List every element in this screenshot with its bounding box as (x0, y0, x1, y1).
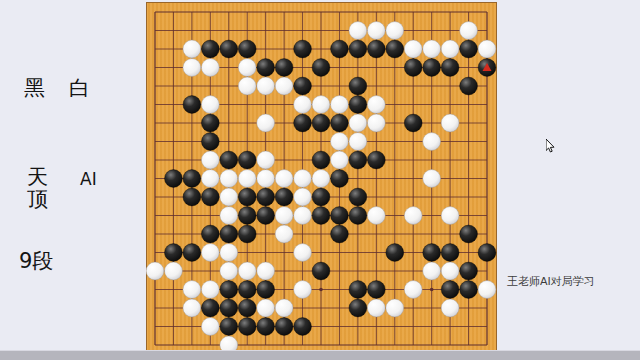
black-stone (257, 207, 275, 225)
white-stone (331, 96, 349, 114)
white-player-name: AI (80, 171, 97, 188)
white-stone (201, 59, 219, 77)
white-stone (349, 22, 367, 40)
mouse-cursor-icon (546, 138, 555, 152)
white-stone (312, 170, 330, 188)
white-stone (201, 96, 219, 114)
black-stone (201, 188, 219, 206)
white-stone (257, 299, 275, 317)
black-stone (165, 170, 183, 188)
black-stone (312, 207, 330, 225)
black-stone (183, 96, 201, 114)
black-label: 黑 (24, 78, 45, 99)
black-stone (349, 281, 367, 299)
black-stone (460, 77, 478, 95)
white-stone (331, 151, 349, 169)
black-stone (404, 114, 422, 132)
white-stone (423, 262, 441, 280)
black-stone (460, 262, 478, 280)
white-stone (441, 262, 459, 280)
white-stone (367, 207, 385, 225)
black-stone (349, 96, 367, 114)
black-stone (404, 59, 422, 77)
black-stone (460, 281, 478, 299)
black-stone (220, 299, 238, 317)
black-stone (312, 59, 330, 77)
white-stone (238, 262, 256, 280)
black-stone (312, 262, 330, 280)
black-stone (349, 188, 367, 206)
black-stone (331, 225, 349, 243)
black-stone (201, 225, 219, 243)
white-stone (441, 40, 459, 58)
black-stone (257, 188, 275, 206)
white-stone (423, 133, 441, 151)
go-board-grid (146, 2, 497, 354)
white-stone (275, 207, 293, 225)
black-stone (331, 170, 349, 188)
white-stone (220, 244, 238, 262)
white-label: 白 (69, 78, 90, 99)
star-point (430, 288, 434, 292)
black-player-name-line1: 天 (27, 167, 48, 188)
white-stone (294, 96, 312, 114)
black-stone (423, 59, 441, 77)
black-stone (220, 40, 238, 58)
black-stone (201, 299, 219, 317)
black-stone (312, 114, 330, 132)
black-stone (220, 281, 238, 299)
black-stone (460, 225, 478, 243)
white-stone (478, 40, 496, 58)
black-stone (331, 114, 349, 132)
black-stone (257, 281, 275, 299)
white-stone (367, 299, 385, 317)
black-stone (441, 281, 459, 299)
white-stone (183, 59, 201, 77)
white-stone (294, 244, 312, 262)
white-stone (349, 114, 367, 132)
white-stone (238, 77, 256, 95)
black-stone (238, 40, 256, 58)
white-stone (294, 207, 312, 225)
white-stone (220, 170, 238, 188)
white-stone (257, 151, 275, 169)
white-stone (441, 114, 459, 132)
white-stone (238, 59, 256, 77)
white-stone (183, 40, 201, 58)
white-stone (478, 281, 496, 299)
white-stone (367, 114, 385, 132)
white-stone (201, 281, 219, 299)
black-stone (201, 114, 219, 132)
black-stone (331, 207, 349, 225)
black-stone (331, 40, 349, 58)
black-stone (238, 299, 256, 317)
black-stone (201, 40, 219, 58)
black-stone (386, 40, 404, 58)
white-stone (220, 188, 238, 206)
black-stone (238, 318, 256, 336)
black-stone (478, 244, 496, 262)
black-stone (312, 188, 330, 206)
white-stone (441, 299, 459, 317)
black-stone (349, 40, 367, 58)
white-stone (349, 133, 367, 151)
black-stone (238, 151, 256, 169)
watermark-text: 王老师AI对局学习 (507, 274, 595, 289)
white-stone (312, 96, 330, 114)
black-stone (257, 318, 275, 336)
white-stone (238, 170, 256, 188)
white-stone (404, 207, 422, 225)
black-stone (275, 318, 293, 336)
black-stone (238, 281, 256, 299)
white-stone (201, 151, 219, 169)
black-stone (349, 299, 367, 317)
black-stone (349, 151, 367, 169)
black-stone (238, 188, 256, 206)
black-stone (183, 170, 201, 188)
white-stone (423, 40, 441, 58)
screen: 黑 白 天 AI 顶 9段 王老师AI对局学习 (0, 0, 640, 360)
black-stone (312, 151, 330, 169)
black-stone (294, 40, 312, 58)
black-stone (183, 188, 201, 206)
window-bottom-strip (0, 350, 640, 360)
white-stone (220, 207, 238, 225)
black-stone (238, 225, 256, 243)
black-stone (165, 244, 183, 262)
white-stone (275, 225, 293, 243)
black-stone (367, 151, 385, 169)
white-stone (275, 299, 293, 317)
white-stone (275, 77, 293, 95)
white-stone (220, 262, 238, 280)
black-stone (367, 40, 385, 58)
go-board[interactable] (146, 2, 497, 354)
white-stone (183, 299, 201, 317)
black-stone (275, 59, 293, 77)
black-stone (183, 244, 201, 262)
white-stone (257, 262, 275, 280)
white-stone (386, 299, 404, 317)
black-stone (294, 77, 312, 95)
black-stone (441, 244, 459, 262)
black-rank-label: 9段 (19, 251, 53, 272)
white-stone (404, 281, 422, 299)
black-stone (201, 133, 219, 151)
white-stone (201, 244, 219, 262)
white-stone (294, 170, 312, 188)
black-stone (257, 59, 275, 77)
black-stone (460, 40, 478, 58)
white-stone (331, 133, 349, 151)
black-stone (441, 59, 459, 77)
white-stone (275, 170, 293, 188)
black-stone (386, 244, 404, 262)
white-stone (386, 22, 404, 40)
white-stone (367, 96, 385, 114)
white-stone (460, 22, 478, 40)
white-stone (165, 262, 183, 280)
white-stone (441, 207, 459, 225)
white-stone (294, 281, 312, 299)
white-stone (423, 170, 441, 188)
black-stone (349, 77, 367, 95)
white-stone (257, 77, 275, 95)
white-stone (294, 188, 312, 206)
white-stone (257, 170, 275, 188)
black-stone (275, 188, 293, 206)
white-stone (404, 40, 422, 58)
star-point (319, 288, 323, 292)
white-stone (146, 262, 164, 280)
black-stone (423, 244, 441, 262)
black-stone (367, 281, 385, 299)
white-stone (257, 114, 275, 132)
white-stone (201, 170, 219, 188)
black-stone (349, 207, 367, 225)
black-stone (220, 225, 238, 243)
white-stone (201, 318, 219, 336)
black-stone (220, 318, 238, 336)
black-stone (294, 114, 312, 132)
black-stone (294, 318, 312, 336)
white-stone (367, 22, 385, 40)
black-stone (238, 207, 256, 225)
white-stone (183, 281, 201, 299)
black-stone (220, 151, 238, 169)
black-player-name-line2: 顶 (27, 189, 48, 210)
